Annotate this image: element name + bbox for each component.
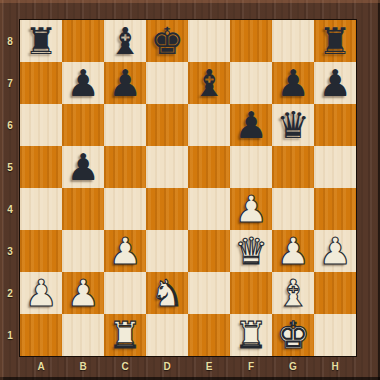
- square-g5[interactable]: [272, 146, 314, 188]
- square-e3[interactable]: [188, 230, 230, 272]
- file-label-e: E: [188, 356, 230, 376]
- square-g8[interactable]: [272, 20, 314, 62]
- piece-white-rook[interactable]: ♜: [234, 317, 267, 354]
- square-c8[interactable]: ♝: [104, 20, 146, 62]
- square-d4[interactable]: [146, 188, 188, 230]
- piece-white-rook[interactable]: ♜: [108, 317, 141, 354]
- square-a8[interactable]: ♜: [20, 20, 62, 62]
- square-f4[interactable]: ♟: [230, 188, 272, 230]
- square-b1[interactable]: [62, 314, 104, 356]
- rank-label-1: 1: [0, 314, 20, 356]
- file-label-h: H: [314, 356, 356, 376]
- square-e6[interactable]: [188, 104, 230, 146]
- piece-white-pawn[interactable]: ♟: [66, 275, 99, 312]
- square-g2[interactable]: ♝: [272, 272, 314, 314]
- square-e8[interactable]: [188, 20, 230, 62]
- square-a1[interactable]: [20, 314, 62, 356]
- square-b4[interactable]: [62, 188, 104, 230]
- square-h8[interactable]: ♜: [314, 20, 356, 62]
- piece-black-rook[interactable]: ♜: [24, 23, 57, 60]
- square-c4[interactable]: [104, 188, 146, 230]
- square-b6[interactable]: [62, 104, 104, 146]
- square-d2[interactable]: ♞: [146, 272, 188, 314]
- square-f6[interactable]: ♟: [230, 104, 272, 146]
- square-a6[interactable]: [20, 104, 62, 146]
- rank-label-8: 8: [0, 20, 20, 62]
- square-h6[interactable]: [314, 104, 356, 146]
- piece-white-bishop[interactable]: ♝: [276, 275, 309, 312]
- file-label-c: C: [104, 356, 146, 376]
- piece-white-pawn[interactable]: ♟: [24, 275, 57, 312]
- square-d6[interactable]: [146, 104, 188, 146]
- square-a5[interactable]: [20, 146, 62, 188]
- piece-black-queen[interactable]: ♛: [276, 107, 309, 144]
- square-f1[interactable]: ♜: [230, 314, 272, 356]
- file-label-g: G: [272, 356, 314, 376]
- piece-black-rook[interactable]: ♜: [318, 23, 351, 60]
- square-e1[interactable]: [188, 314, 230, 356]
- square-f3[interactable]: ♛: [230, 230, 272, 272]
- square-f8[interactable]: [230, 20, 272, 62]
- rank-label-4: 4: [0, 188, 20, 230]
- square-c7[interactable]: ♟: [104, 62, 146, 104]
- square-c5[interactable]: [104, 146, 146, 188]
- square-c6[interactable]: [104, 104, 146, 146]
- square-d8[interactable]: ♚: [146, 20, 188, 62]
- piece-white-pawn[interactable]: ♟: [276, 233, 309, 270]
- square-g7[interactable]: ♟: [272, 62, 314, 104]
- piece-white-pawn[interactable]: ♟: [108, 233, 141, 270]
- square-f2[interactable]: [230, 272, 272, 314]
- rank-label-2: 2: [0, 272, 20, 314]
- square-a2[interactable]: ♟: [20, 272, 62, 314]
- square-f5[interactable]: [230, 146, 272, 188]
- piece-black-bishop[interactable]: ♝: [192, 65, 225, 102]
- piece-black-pawn[interactable]: ♟: [108, 65, 141, 102]
- square-h3[interactable]: ♟: [314, 230, 356, 272]
- piece-black-pawn[interactable]: ♟: [318, 65, 351, 102]
- piece-white-knight[interactable]: ♞: [150, 275, 183, 312]
- square-e2[interactable]: [188, 272, 230, 314]
- square-d3[interactable]: [146, 230, 188, 272]
- square-b2[interactable]: ♟: [62, 272, 104, 314]
- square-b3[interactable]: [62, 230, 104, 272]
- square-e4[interactable]: [188, 188, 230, 230]
- square-f7[interactable]: [230, 62, 272, 104]
- file-labels: ABCDEFGH: [20, 356, 356, 376]
- square-e7[interactable]: ♝: [188, 62, 230, 104]
- file-label-f: F: [230, 356, 272, 376]
- rank-labels: 87654321: [0, 20, 20, 356]
- square-e5[interactable]: [188, 146, 230, 188]
- square-d5[interactable]: [146, 146, 188, 188]
- piece-white-pawn[interactable]: ♟: [318, 233, 351, 270]
- piece-black-pawn[interactable]: ♟: [276, 65, 309, 102]
- square-g3[interactable]: ♟: [272, 230, 314, 272]
- file-label-a: A: [20, 356, 62, 376]
- square-d1[interactable]: [146, 314, 188, 356]
- square-b5[interactable]: ♟: [62, 146, 104, 188]
- square-h7[interactable]: ♟: [314, 62, 356, 104]
- square-a7[interactable]: [20, 62, 62, 104]
- piece-black-pawn[interactable]: ♟: [234, 107, 267, 144]
- square-g4[interactable]: [272, 188, 314, 230]
- square-b7[interactable]: ♟: [62, 62, 104, 104]
- square-h4[interactable]: [314, 188, 356, 230]
- square-g1[interactable]: ♚: [272, 314, 314, 356]
- square-h1[interactable]: [314, 314, 356, 356]
- file-label-b: B: [62, 356, 104, 376]
- square-h2[interactable]: [314, 272, 356, 314]
- square-a3[interactable]: [20, 230, 62, 272]
- board-frame: 87654321 ♜♝♚♜♟♟♝♟♟♟♛♟♟♟♛♟♟♟♟♞♝♜♜♚ ABCDEF…: [0, 0, 380, 380]
- square-h5[interactable]: [314, 146, 356, 188]
- piece-black-pawn[interactable]: ♟: [66, 65, 99, 102]
- piece-white-queen[interactable]: ♛: [234, 233, 267, 270]
- file-label-d: D: [146, 356, 188, 376]
- rank-label-5: 5: [0, 146, 20, 188]
- piece-white-king[interactable]: ♚: [276, 317, 309, 354]
- square-g6[interactable]: ♛: [272, 104, 314, 146]
- square-c1[interactable]: ♜: [104, 314, 146, 356]
- rank-label-6: 6: [0, 104, 20, 146]
- square-c2[interactable]: [104, 272, 146, 314]
- square-b8[interactable]: [62, 20, 104, 62]
- square-c3[interactable]: ♟: [104, 230, 146, 272]
- piece-white-pawn[interactable]: ♟: [234, 191, 267, 228]
- board-grid: ♜♝♚♜♟♟♝♟♟♟♛♟♟♟♛♟♟♟♟♞♝♜♜♚: [20, 20, 356, 356]
- square-d7[interactable]: [146, 62, 188, 104]
- piece-black-pawn[interactable]: ♟: [66, 149, 99, 186]
- rank-label-3: 3: [0, 230, 20, 272]
- rank-label-7: 7: [0, 62, 20, 104]
- piece-black-bishop[interactable]: ♝: [108, 23, 141, 60]
- square-a4[interactable]: [20, 188, 62, 230]
- piece-black-king[interactable]: ♚: [150, 23, 183, 60]
